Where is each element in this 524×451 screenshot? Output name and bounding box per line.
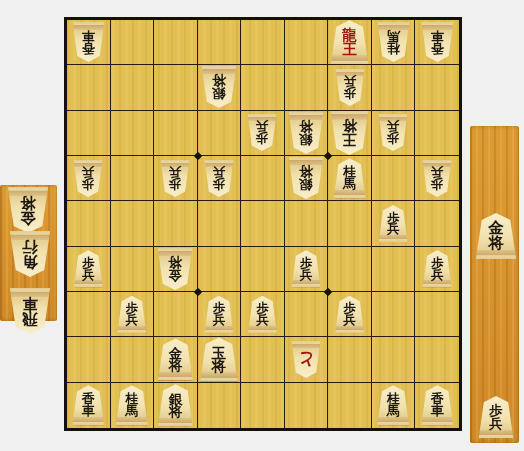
sente-knight-piece[interactable]: 桂馬 bbox=[333, 158, 366, 198]
square-1-8[interactable] bbox=[415, 337, 459, 382]
square-1-5[interactable] bbox=[415, 201, 459, 246]
square-3-6[interactable] bbox=[328, 247, 372, 292]
piece-kanji: 将 bbox=[342, 119, 357, 133]
gote-pawn-piece[interactable]: 歩兵 bbox=[204, 160, 234, 197]
piece-kanji: 兵 bbox=[387, 121, 400, 133]
square-4-9[interactable] bbox=[285, 383, 329, 428]
sente-knight-piece[interactable]: 桂馬 bbox=[377, 385, 410, 425]
piece-kanji: 兵 bbox=[256, 121, 269, 133]
gote-bishop-piece[interactable]: 角行 bbox=[9, 231, 51, 277]
gote-rook-piece[interactable]: 飛車 bbox=[9, 288, 51, 334]
shogi-app: 香車龍王桂馬香車銀将歩兵歩兵銀将王将歩兵歩兵歩兵歩兵銀将桂馬歩兵歩兵歩兵金将歩兵… bbox=[0, 0, 524, 451]
square-8-4[interactable] bbox=[111, 156, 155, 201]
square-1-7[interactable] bbox=[415, 292, 459, 337]
square-4-3[interactable]: 銀将 bbox=[285, 111, 329, 156]
sente-dragon-piece[interactable]: 龍王 bbox=[330, 20, 369, 64]
square-6-4[interactable]: 歩兵 bbox=[198, 156, 242, 201]
piece-kanji: 車 bbox=[431, 405, 444, 417]
piece-kanji: 馬 bbox=[387, 30, 400, 42]
square-8-7[interactable]: 歩兵 bbox=[111, 292, 155, 337]
square-2-4[interactable] bbox=[372, 156, 416, 201]
file-label-9 bbox=[67, 0, 110, 16]
square-4-4[interactable]: 銀将 bbox=[285, 156, 329, 201]
file-label-6 bbox=[198, 0, 241, 16]
square-5-2[interactable] bbox=[241, 65, 285, 110]
square-3-1[interactable]: 龍王 bbox=[328, 20, 372, 65]
sente-gold-piece[interactable]: 金将 bbox=[475, 213, 517, 259]
gote-komadai: 金将角行飛車 bbox=[0, 185, 57, 321]
square-2-7[interactable] bbox=[372, 292, 416, 337]
square-7-5[interactable] bbox=[154, 201, 198, 246]
square-8-3[interactable] bbox=[111, 111, 155, 156]
piece-kanji: 将 bbox=[212, 75, 226, 88]
gote-pawn-piece[interactable]: 歩兵 bbox=[378, 114, 408, 151]
piece-kanji: 将 bbox=[299, 165, 313, 178]
square-6-1[interactable] bbox=[198, 20, 242, 65]
sente-pawn-piece[interactable]: 歩兵 bbox=[247, 296, 277, 333]
square-7-4[interactable]: 歩兵 bbox=[154, 156, 198, 201]
file-label-3 bbox=[328, 0, 371, 16]
square-1-2[interactable] bbox=[415, 65, 459, 110]
square-7-7[interactable] bbox=[154, 292, 198, 337]
square-9-4[interactable]: 歩兵 bbox=[67, 156, 111, 201]
piece-kanji: 行 bbox=[22, 239, 38, 254]
piece-kanji: 歩 bbox=[343, 87, 356, 99]
square-3-8[interactable] bbox=[328, 337, 372, 382]
square-2-1[interactable]: 桂馬 bbox=[372, 20, 416, 65]
square-4-5[interactable] bbox=[285, 201, 329, 246]
piece-kanji: 兵 bbox=[82, 269, 95, 281]
square-8-1[interactable] bbox=[111, 20, 155, 65]
piece-kanji: 銀 bbox=[299, 178, 313, 191]
square-8-8[interactable] bbox=[111, 337, 155, 382]
square-2-8[interactable] bbox=[372, 337, 416, 382]
square-2-6[interactable] bbox=[372, 247, 416, 292]
square-8-6[interactable] bbox=[111, 247, 155, 292]
piece-kanji: 将 bbox=[169, 256, 183, 269]
square-9-2[interactable] bbox=[67, 65, 111, 110]
file-label-2 bbox=[372, 0, 415, 16]
sente-lance-piece[interactable]: 香車 bbox=[72, 385, 105, 425]
square-5-5[interactable] bbox=[241, 201, 285, 246]
piece-kanji: 兵 bbox=[256, 314, 269, 326]
sente-gold-piece[interactable]: 金将 bbox=[157, 338, 193, 380]
gote-silver-piece[interactable]: 銀将 bbox=[288, 157, 324, 199]
square-3-9[interactable] bbox=[328, 383, 372, 428]
gote-pawn-piece[interactable]: 歩兵 bbox=[160, 160, 190, 197]
square-9-7[interactable] bbox=[67, 292, 111, 337]
sente-pawn-piece[interactable]: 歩兵 bbox=[117, 296, 147, 333]
piece-kanji: 兵 bbox=[300, 269, 313, 281]
square-3-3[interactable]: 王将 bbox=[328, 111, 372, 156]
square-6-3[interactable] bbox=[198, 111, 242, 156]
piece-kanji: 香 bbox=[431, 42, 444, 54]
square-6-2[interactable]: 銀将 bbox=[198, 65, 242, 110]
piece-kanji: 兵 bbox=[126, 314, 139, 326]
square-7-9[interactable]: 銀将 bbox=[154, 383, 198, 428]
square-2-9[interactable]: 桂馬 bbox=[372, 383, 416, 428]
gote-silver-piece[interactable]: 銀将 bbox=[201, 66, 237, 108]
square-1-3[interactable] bbox=[415, 111, 459, 156]
sente-lance-piece[interactable]: 香車 bbox=[421, 385, 454, 425]
piece-kanji: 銀 bbox=[212, 87, 226, 100]
gote-knight-piece[interactable]: 桂馬 bbox=[377, 22, 410, 62]
square-9-6[interactable]: 歩兵 bbox=[67, 247, 111, 292]
piece-kanji: 馬 bbox=[125, 405, 138, 417]
sente-pawn-piece[interactable]: 歩兵 bbox=[378, 205, 408, 242]
square-6-6[interactable] bbox=[198, 247, 242, 292]
gote-pawn-piece[interactable]: 歩兵 bbox=[247, 114, 277, 151]
square-4-8[interactable]: と bbox=[285, 337, 329, 382]
sente-silver-piece[interactable]: 銀将 bbox=[157, 384, 193, 426]
square-8-2[interactable] bbox=[111, 65, 155, 110]
shogi-board: 香車龍王桂馬香車銀将歩兵歩兵銀将王将歩兵歩兵歩兵歩兵銀将桂馬歩兵歩兵歩兵金将歩兵… bbox=[64, 17, 462, 431]
piece-kanji: 兵 bbox=[387, 223, 400, 235]
piece-kanji: 馬 bbox=[343, 178, 356, 190]
square-9-8[interactable] bbox=[67, 337, 111, 382]
piece-kanji: 兵 bbox=[213, 314, 226, 326]
sente-pawn-piece[interactable]: 歩兵 bbox=[73, 250, 103, 287]
square-3-2[interactable]: 歩兵 bbox=[328, 65, 372, 110]
square-4-7[interactable] bbox=[285, 292, 329, 337]
piece-kanji: 兵 bbox=[343, 76, 356, 88]
square-9-1[interactable]: 香車 bbox=[67, 20, 111, 65]
square-6-9[interactable] bbox=[198, 383, 242, 428]
square-9-9[interactable]: 香車 bbox=[67, 383, 111, 428]
square-2-2[interactable] bbox=[372, 65, 416, 110]
sente-pawn-piece[interactable]: 歩兵 bbox=[291, 250, 321, 287]
sente-pawn-piece[interactable]: 歩兵 bbox=[204, 296, 234, 333]
square-7-2[interactable] bbox=[154, 65, 198, 110]
piece-kanji: 香 bbox=[82, 42, 95, 54]
square-5-9[interactable] bbox=[241, 383, 285, 428]
square-6-7[interactable]: 歩兵 bbox=[198, 292, 242, 337]
file-label-1 bbox=[415, 0, 458, 16]
piece-kanji: 歩 bbox=[256, 133, 269, 145]
piece-kanji: 車 bbox=[82, 30, 95, 42]
square-7-1[interactable] bbox=[154, 20, 198, 65]
file-label-5 bbox=[241, 0, 284, 16]
square-2-5[interactable]: 歩兵 bbox=[372, 201, 416, 246]
piece-kanji: 車 bbox=[431, 30, 444, 42]
square-6-8[interactable]: 玉将 bbox=[198, 337, 242, 382]
square-5-1[interactable] bbox=[241, 20, 285, 65]
sente-komadai: 金将歩兵 bbox=[470, 126, 519, 443]
piece-kanji: 兵 bbox=[213, 166, 226, 178]
piece-kanji: 兵 bbox=[169, 166, 182, 178]
sente-king-piece[interactable]: 玉将 bbox=[199, 337, 238, 381]
piece-kanji: 車 bbox=[82, 405, 95, 417]
piece-kanji: 将 bbox=[299, 120, 313, 133]
piece-kanji: 歩 bbox=[387, 133, 400, 145]
gote-pawn-piece[interactable]: 歩兵 bbox=[73, 160, 103, 197]
file-label-8 bbox=[111, 0, 154, 16]
square-5-7[interactable]: 歩兵 bbox=[241, 292, 285, 337]
square-7-3[interactable] bbox=[154, 111, 198, 156]
piece-kanji: 兵 bbox=[431, 166, 444, 178]
square-8-5[interactable] bbox=[111, 201, 155, 246]
file-label-4 bbox=[285, 0, 328, 16]
piece-kanji: 将 bbox=[212, 359, 227, 373]
gote-lance-piece[interactable]: 香車 bbox=[72, 22, 105, 62]
piece-kanji: 桂 bbox=[387, 42, 400, 54]
gote-gold-piece[interactable]: 金将 bbox=[7, 187, 49, 233]
gote-gold-piece[interactable]: 金将 bbox=[157, 248, 193, 290]
square-5-8[interactable] bbox=[241, 337, 285, 382]
gote-pawn-piece[interactable]: 歩兵 bbox=[335, 69, 365, 106]
piece-kanji: 兵 bbox=[489, 417, 503, 430]
file-label-7 bbox=[154, 0, 197, 16]
square-3-5[interactable] bbox=[328, 201, 372, 246]
square-1-9[interactable]: 香車 bbox=[415, 383, 459, 428]
sente-pawn-piece[interactable]: 歩兵 bbox=[422, 250, 452, 287]
sente-pawn-piece[interactable]: 歩兵 bbox=[335, 296, 365, 333]
square-4-2[interactable] bbox=[285, 65, 329, 110]
square-5-4[interactable] bbox=[241, 156, 285, 201]
square-4-1[interactable] bbox=[285, 20, 329, 65]
square-9-5[interactable] bbox=[67, 201, 111, 246]
gote-silver-piece[interactable]: 銀将 bbox=[288, 112, 324, 154]
piece-kanji: 兵 bbox=[431, 269, 444, 281]
square-3-4[interactable]: 桂馬 bbox=[328, 156, 372, 201]
gote-king-piece[interactable]: 王将 bbox=[330, 111, 369, 155]
square-1-4[interactable]: 歩兵 bbox=[415, 156, 459, 201]
piece-kanji: 兵 bbox=[343, 314, 356, 326]
sente-knight-piece[interactable]: 桂馬 bbox=[115, 385, 148, 425]
square-3-7[interactable]: 歩兵 bbox=[328, 292, 372, 337]
piece-kanji: 将 bbox=[20, 195, 36, 210]
piece-kanji: 車 bbox=[22, 296, 38, 311]
square-5-6[interactable] bbox=[241, 247, 285, 292]
piece-kanji: と bbox=[297, 351, 314, 367]
piece-kanji: 将 bbox=[488, 236, 504, 251]
gote-tokin-piece[interactable]: と bbox=[291, 341, 321, 378]
square-7-6[interactable]: 金将 bbox=[154, 247, 198, 292]
square-9-3[interactable] bbox=[67, 111, 111, 156]
square-7-8[interactable]: 金将 bbox=[154, 337, 198, 382]
piece-kanji: 将 bbox=[169, 405, 183, 418]
square-6-5[interactable] bbox=[198, 201, 242, 246]
piece-kanji: 将 bbox=[169, 359, 183, 372]
square-8-9[interactable]: 桂馬 bbox=[111, 383, 155, 428]
gote-lance-piece[interactable]: 香車 bbox=[421, 22, 454, 62]
piece-kanji: 兵 bbox=[82, 166, 95, 178]
gote-pawn-piece[interactable]: 歩兵 bbox=[422, 160, 452, 197]
sente-pawn-piece[interactable]: 歩兵 bbox=[478, 396, 514, 438]
piece-kanji: 王 bbox=[342, 42, 357, 56]
square-1-6[interactable]: 歩兵 bbox=[415, 247, 459, 292]
square-4-6[interactable]: 歩兵 bbox=[285, 247, 329, 292]
square-2-3[interactable]: 歩兵 bbox=[372, 111, 416, 156]
piece-kanji: 馬 bbox=[387, 405, 400, 417]
square-1-1[interactable]: 香車 bbox=[415, 20, 459, 65]
square-5-3[interactable]: 歩兵 bbox=[241, 111, 285, 156]
